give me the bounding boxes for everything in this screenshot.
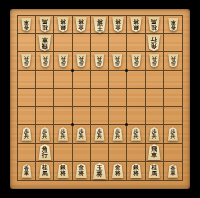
piece-gote-pawn[interactable]: 歩兵 (168, 54, 179, 68)
piece-face: 香車 (21, 18, 32, 32)
piece-sente-king[interactable]: 玉将 (93, 163, 107, 179)
cell-2h[interactable]: 飛車 (146, 144, 164, 162)
piece-kanji: 車 (24, 19, 29, 24)
cell-8b[interactable]: 飛車 (36, 34, 54, 52)
cell-6g[interactable]: 歩兵 (73, 125, 91, 143)
piece-sente-pawn[interactable]: 歩兵 (40, 127, 51, 141)
piece-face: 歩兵 (94, 54, 105, 68)
cell-3i[interactable]: 銀将 (127, 162, 145, 180)
piece-gote-pawn[interactable]: 歩兵 (112, 54, 123, 68)
piece-face: 歩兵 (76, 127, 87, 141)
piece-gote-pawn[interactable]: 歩兵 (149, 54, 160, 68)
hoshi-dot (71, 69, 74, 72)
piece-kanji: 兵 (24, 134, 29, 139)
piece-gote-pawn[interactable]: 歩兵 (58, 54, 69, 68)
piece-gote-lance[interactable]: 香車 (168, 18, 179, 32)
piece-kanji: 将 (96, 18, 102, 24)
cell-1h[interactable] (164, 144, 182, 162)
piece-kanji: 兵 (24, 56, 29, 61)
cell-7f[interactable] (54, 107, 72, 125)
cell-7a[interactable]: 銀将 (54, 16, 72, 34)
cell-9b[interactable] (18, 34, 36, 52)
cell-4d[interactable] (109, 71, 127, 89)
piece-sente-pawn[interactable]: 歩兵 (94, 127, 105, 141)
piece-sente-pawn[interactable]: 歩兵 (21, 127, 32, 141)
cell-7i[interactable]: 銀将 (54, 162, 72, 180)
piece-kanji: 歩 (133, 61, 138, 66)
piece-sente-bishop[interactable]: 角行 (38, 144, 52, 160)
piece-face: 香車 (168, 164, 179, 178)
cell-6c[interactable]: 歩兵 (73, 52, 91, 70)
cell-9f[interactable] (18, 107, 36, 125)
piece-kanji: 桂 (42, 25, 48, 31)
piece-kanji: 車 (170, 19, 175, 24)
piece-kanji: 将 (133, 171, 139, 177)
piece-face: 歩兵 (112, 54, 123, 68)
piece-kanji: 銀 (133, 25, 139, 31)
cell-8i[interactable]: 桂馬 (36, 162, 54, 180)
cell-6i[interactable]: 金将 (73, 162, 91, 180)
cell-5f[interactable] (91, 107, 109, 125)
piece-face: 銀将 (130, 17, 142, 32)
piece-face: 金将 (112, 17, 124, 32)
cell-2a[interactable]: 桂馬 (146, 16, 164, 34)
piece-kanji: 兵 (115, 134, 120, 139)
cell-6b[interactable] (73, 34, 91, 52)
piece-face: 角行 (38, 144, 52, 160)
piece-kanji: 兵 (133, 56, 138, 61)
piece-face: 桂馬 (148, 17, 160, 32)
piece-face: 歩兵 (40, 54, 51, 68)
cell-4a[interactable]: 金将 (109, 16, 127, 34)
piece-sente-pawn[interactable]: 歩兵 (149, 127, 160, 141)
piece-kanji: 兵 (61, 134, 66, 139)
piece-kanji: 将 (60, 171, 66, 177)
cell-6d[interactable] (73, 71, 91, 89)
piece-kanji: 馬 (151, 19, 157, 25)
cell-3e[interactable] (127, 89, 145, 107)
cell-3c[interactable]: 歩兵 (127, 52, 145, 70)
cell-9c[interactable]: 歩兵 (18, 52, 36, 70)
cell-1a[interactable]: 香車 (164, 16, 182, 34)
cell-2c[interactable]: 歩兵 (146, 52, 164, 70)
cell-3g[interactable]: 歩兵 (127, 125, 145, 143)
piece-sente-pawn[interactable]: 歩兵 (76, 127, 87, 141)
piece-kanji: 桂 (151, 25, 157, 31)
piece-kanji: 行 (151, 37, 157, 43)
piece-face: 飛車 (147, 144, 161, 160)
piece-face: 歩兵 (149, 54, 160, 68)
shogi-board: 香車桂馬銀将金将王将金将銀将桂馬香車飛車角行歩兵歩兵歩兵歩兵歩兵歩兵歩兵歩兵歩兵… (10, 9, 190, 189)
cell-8f[interactable] (36, 107, 54, 125)
piece-gote-knight[interactable]: 桂馬 (148, 17, 160, 32)
piece-face: 金将 (75, 163, 87, 178)
piece-face: 歩兵 (40, 127, 51, 141)
cell-5b[interactable] (91, 34, 109, 52)
piece-face: 王将 (93, 17, 107, 33)
piece-kanji: 車 (24, 171, 29, 176)
piece-sente-lance[interactable]: 香車 (168, 164, 179, 178)
piece-gote-gold[interactable]: 金将 (112, 17, 124, 32)
piece-kanji: 行 (42, 152, 48, 158)
piece-sente-gold[interactable]: 金将 (75, 163, 87, 178)
piece-kanji: 歩 (79, 61, 84, 66)
piece-kanji: 兵 (152, 134, 157, 139)
cell-3f[interactable] (127, 107, 145, 125)
piece-face: 歩兵 (76, 54, 87, 68)
piece-kanji: 兵 (61, 56, 66, 61)
piece-kanji: 兵 (97, 134, 102, 139)
cell-8e[interactable] (36, 89, 54, 107)
cell-8a[interactable]: 桂馬 (36, 16, 54, 34)
piece-face: 角行 (147, 35, 161, 51)
cell-5a[interactable]: 王将 (91, 16, 109, 34)
piece-kanji: 兵 (133, 134, 138, 139)
piece-kanji: 兵 (170, 56, 175, 61)
piece-gote-silver[interactable]: 銀将 (57, 17, 69, 32)
piece-face: 金将 (75, 17, 87, 32)
cell-2d[interactable] (146, 71, 164, 89)
piece-kanji: 歩 (97, 61, 102, 66)
cell-3a[interactable]: 銀将 (127, 16, 145, 34)
cell-5c[interactable]: 歩兵 (91, 52, 109, 70)
piece-gote-bishop[interactable]: 角行 (147, 35, 161, 51)
cell-5g[interactable]: 歩兵 (91, 125, 109, 143)
piece-gote-pawn[interactable]: 歩兵 (21, 54, 32, 68)
cell-7b[interactable] (54, 34, 72, 52)
cell-5e[interactable] (91, 89, 109, 107)
piece-kanji: 金 (79, 25, 85, 31)
cell-9e[interactable] (18, 89, 36, 107)
piece-gote-pawn[interactable]: 歩兵 (40, 54, 51, 68)
piece-gote-lance[interactable]: 香車 (21, 18, 32, 32)
piece-kanji: 兵 (79, 56, 84, 61)
shogi-app: 香車桂馬銀将金将王将金将銀将桂馬香車飛車角行歩兵歩兵歩兵歩兵歩兵歩兵歩兵歩兵歩兵… (0, 0, 200, 198)
cell-9h[interactable] (18, 144, 36, 162)
piece-face: 歩兵 (149, 127, 160, 141)
cell-1b[interactable] (164, 34, 182, 52)
piece-face: 歩兵 (58, 127, 69, 141)
piece-gote-rook[interactable]: 飛車 (38, 35, 52, 51)
cell-8c[interactable]: 歩兵 (36, 52, 54, 70)
piece-kanji: 馬 (42, 171, 48, 177)
cell-6h[interactable] (73, 144, 91, 162)
cell-5i[interactable]: 玉将 (91, 162, 109, 180)
piece-face: 桂馬 (148, 163, 160, 178)
piece-gote-pawn[interactable]: 歩兵 (131, 54, 142, 68)
piece-sente-silver[interactable]: 銀将 (130, 163, 142, 178)
piece-face: 歩兵 (131, 54, 142, 68)
piece-sente-knight[interactable]: 桂馬 (39, 163, 51, 178)
piece-face: 桂馬 (39, 17, 51, 32)
piece-kanji: 兵 (79, 134, 84, 139)
cell-8h[interactable]: 角行 (36, 144, 54, 162)
piece-face: 金将 (112, 163, 124, 178)
piece-kanji: 将 (115, 171, 121, 177)
piece-sente-rook[interactable]: 飛車 (147, 144, 161, 160)
piece-sente-lance[interactable]: 香車 (21, 164, 32, 178)
piece-face: 歩兵 (94, 127, 105, 141)
piece-kanji: 将 (115, 19, 121, 25)
piece-kanji: 兵 (42, 56, 47, 61)
piece-kanji: 馬 (42, 19, 48, 25)
piece-face: 歩兵 (112, 127, 123, 141)
cell-6a[interactable]: 金将 (73, 16, 91, 34)
piece-face: 歩兵 (21, 54, 32, 68)
cell-7e[interactable] (54, 89, 72, 107)
piece-face: 飛車 (38, 35, 52, 51)
piece-sente-pawn[interactable]: 歩兵 (112, 127, 123, 141)
piece-kanji: 馬 (151, 171, 157, 177)
piece-face: 銀将 (130, 163, 142, 178)
cell-9a[interactable]: 香車 (18, 16, 36, 34)
piece-kanji: 銀 (60, 25, 66, 31)
piece-kanji: 歩 (115, 61, 120, 66)
piece-sente-gold[interactable]: 金将 (112, 163, 124, 178)
piece-kanji: 歩 (42, 61, 47, 66)
piece-kanji: 兵 (170, 134, 175, 139)
cell-7c[interactable]: 歩兵 (54, 52, 72, 70)
cell-7d[interactable] (54, 71, 72, 89)
cell-4i[interactable]: 金将 (109, 162, 127, 180)
piece-kanji: 将 (60, 19, 66, 25)
piece-gote-pawn[interactable]: 歩兵 (94, 54, 105, 68)
cell-9g[interactable]: 歩兵 (18, 125, 36, 143)
piece-gote-pawn[interactable]: 歩兵 (76, 54, 87, 68)
piece-sente-pawn[interactable]: 歩兵 (131, 127, 142, 141)
cell-2b[interactable]: 角行 (146, 34, 164, 52)
cell-7h[interactable] (54, 144, 72, 162)
piece-kanji: 歩 (170, 61, 175, 66)
piece-face: 香車 (168, 18, 179, 32)
piece-sente-silver[interactable]: 銀将 (57, 163, 69, 178)
cell-1d[interactable] (164, 71, 182, 89)
piece-gote-silver[interactable]: 銀将 (130, 17, 142, 32)
piece-sente-pawn[interactable]: 歩兵 (168, 127, 179, 141)
piece-kanji: 金 (115, 25, 121, 31)
cell-8g[interactable]: 歩兵 (36, 125, 54, 143)
piece-sente-knight[interactable]: 桂馬 (148, 163, 160, 178)
piece-face: 香車 (21, 164, 32, 178)
piece-kanji: 車 (151, 152, 157, 158)
cell-9i[interactable]: 香車 (18, 162, 36, 180)
cell-8d[interactable] (36, 71, 54, 89)
cell-9d[interactable] (18, 71, 36, 89)
cell-2i[interactable]: 桂馬 (146, 162, 164, 180)
piece-kanji: 歩 (152, 61, 157, 66)
cell-3d[interactable] (127, 71, 145, 89)
cell-5h[interactable] (91, 144, 109, 162)
piece-kanji: 将 (79, 171, 85, 177)
cell-1c[interactable]: 歩兵 (164, 52, 182, 70)
piece-kanji: 車 (170, 171, 175, 176)
piece-sente-pawn[interactable]: 歩兵 (58, 127, 69, 141)
piece-kanji: 歩 (24, 61, 29, 66)
cell-4g[interactable]: 歩兵 (109, 125, 127, 143)
cell-4c[interactable]: 歩兵 (109, 52, 127, 70)
piece-face: 桂馬 (39, 163, 51, 178)
piece-kanji: 車 (42, 37, 48, 43)
piece-face: 歩兵 (131, 127, 142, 141)
cell-1f[interactable] (164, 107, 182, 125)
piece-face: 歩兵 (21, 127, 32, 141)
piece-face: 玉将 (93, 163, 107, 179)
piece-kanji: 兵 (97, 56, 102, 61)
piece-kanji: 兵 (152, 56, 157, 61)
cell-5d[interactable] (91, 71, 109, 89)
piece-kanji: 将 (96, 171, 102, 177)
cell-2e[interactable] (146, 89, 164, 107)
cell-4e[interactable] (109, 89, 127, 107)
piece-gote-king[interactable]: 王将 (93, 17, 107, 33)
piece-face: 歩兵 (168, 54, 179, 68)
piece-kanji: 兵 (115, 56, 120, 61)
piece-face: 銀将 (57, 163, 69, 178)
piece-kanji: 将 (79, 19, 85, 25)
cell-1i[interactable]: 香車 (164, 162, 182, 180)
piece-face: 銀将 (57, 17, 69, 32)
cell-3b[interactable] (127, 34, 145, 52)
piece-gote-gold[interactable]: 金将 (75, 17, 87, 32)
cell-1e[interactable] (164, 89, 182, 107)
cell-3h[interactable] (127, 144, 145, 162)
piece-kanji: 将 (133, 19, 139, 25)
cell-2g[interactable]: 歩兵 (146, 125, 164, 143)
piece-gote-knight[interactable]: 桂馬 (39, 17, 51, 32)
cell-4h[interactable] (109, 144, 127, 162)
piece-face: 歩兵 (168, 127, 179, 141)
cell-7g[interactable]: 歩兵 (54, 125, 72, 143)
cell-4b[interactable] (109, 34, 127, 52)
piece-face: 歩兵 (58, 54, 69, 68)
piece-kanji: 歩 (61, 61, 66, 66)
board-grid: 香車桂馬銀将金将王将金将銀将桂馬香車飛車角行歩兵歩兵歩兵歩兵歩兵歩兵歩兵歩兵歩兵… (17, 15, 183, 181)
cell-6f[interactable] (73, 107, 91, 125)
cell-6e[interactable] (73, 89, 91, 107)
cell-2f[interactable] (146, 107, 164, 125)
piece-kanji: 兵 (42, 134, 47, 139)
cell-1g[interactable]: 歩兵 (164, 125, 182, 143)
